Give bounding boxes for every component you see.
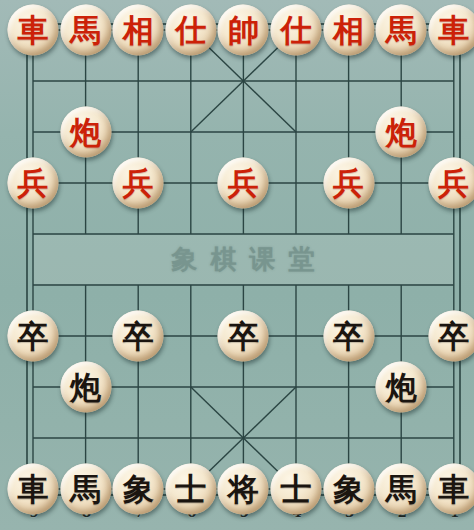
piece-glyph: 馬: [386, 474, 417, 505]
piece-glyph: 帥: [228, 15, 259, 46]
board-piece-red[interactable]: 兵: [113, 158, 164, 209]
piece-glyph: 象: [333, 474, 364, 505]
piece-glyph: 卒: [333, 321, 364, 352]
board-piece-black[interactable]: 象: [113, 464, 164, 515]
piece-glyph: 士: [281, 474, 312, 505]
piece-glyph: 炮: [386, 372, 417, 403]
board-piece-red[interactable]: 仕: [165, 5, 216, 56]
piece-glyph: 兵: [333, 168, 364, 199]
board-piece-black[interactable]: 卒: [428, 311, 474, 362]
piece-glyph: 卒: [438, 321, 469, 352]
board-piece-black[interactable]: 車: [428, 464, 474, 515]
piece-glyph: 兵: [438, 168, 469, 199]
piece-glyph: 車: [18, 15, 49, 46]
board-piece-red[interactable]: 兵: [218, 158, 269, 209]
board-piece-red[interactable]: 相: [113, 5, 164, 56]
board-piece-red[interactable]: 兵: [428, 158, 474, 209]
piece-glyph: 炮: [386, 117, 417, 148]
board-piece-black[interactable]: 卒: [113, 311, 164, 362]
board-piece-black[interactable]: 馬: [376, 464, 427, 515]
board-piece-black[interactable]: 車: [8, 464, 59, 515]
piece-glyph: 車: [438, 474, 469, 505]
board-piece-black[interactable]: 卒: [323, 311, 374, 362]
piece-glyph: 兵: [123, 168, 154, 199]
piece-glyph: 仕: [281, 15, 312, 46]
piece-glyph: 卒: [123, 321, 154, 352]
board-piece-red[interactable]: 炮: [376, 107, 427, 158]
board-piece-black[interactable]: 象: [323, 464, 374, 515]
piece-glyph: 相: [123, 15, 154, 46]
board-piece-red[interactable]: 兵: [323, 158, 374, 209]
board-piece-red[interactable]: 車: [428, 5, 474, 56]
piece-glyph: 士: [175, 474, 206, 505]
board-piece-black[interactable]: 炮: [376, 362, 427, 413]
board-piece-red[interactable]: 相: [323, 5, 374, 56]
board-piece-black[interactable]: 将: [218, 464, 269, 515]
piece-glyph: 兵: [228, 168, 259, 199]
board-piece-black[interactable]: 卒: [218, 311, 269, 362]
piece-glyph: 馬: [386, 15, 417, 46]
piece-glyph: 将: [228, 474, 259, 505]
board-piece-red[interactable]: 炮: [60, 107, 111, 158]
piece-glyph: 炮: [70, 117, 101, 148]
board-piece-black[interactable]: 士: [271, 464, 322, 515]
piece-glyph: 相: [333, 15, 364, 46]
piece-glyph: 卒: [18, 321, 49, 352]
xiangqi-app: 象棋课堂 987654321 車馬相仕帥仕相馬車炮炮兵兵兵兵兵卒卒卒卒卒炮炮車馬…: [0, 0, 474, 530]
piece-glyph: 兵: [18, 168, 49, 199]
piece-glyph: 炮: [70, 372, 101, 403]
piece-glyph: 車: [18, 474, 49, 505]
board-piece-red[interactable]: 帥: [218, 5, 269, 56]
piece-glyph: 馬: [70, 474, 101, 505]
piece-glyph: 馬: [70, 15, 101, 46]
board-piece-red[interactable]: 馬: [60, 5, 111, 56]
piece-glyph: 車: [438, 15, 469, 46]
board-piece-black[interactable]: 炮: [60, 362, 111, 413]
board-piece-black[interactable]: 士: [165, 464, 216, 515]
board-piece-red[interactable]: 車: [8, 5, 59, 56]
piece-glyph: 卒: [228, 321, 259, 352]
board-piece-black[interactable]: 卒: [8, 311, 59, 362]
board-piece-red[interactable]: 馬: [376, 5, 427, 56]
river-watermark: 象棋课堂: [159, 242, 328, 277]
board-piece-red[interactable]: 仕: [271, 5, 322, 56]
board-piece-red[interactable]: 兵: [8, 158, 59, 209]
piece-glyph: 象: [123, 474, 154, 505]
board-piece-black[interactable]: 馬: [60, 464, 111, 515]
piece-glyph: 仕: [175, 15, 206, 46]
